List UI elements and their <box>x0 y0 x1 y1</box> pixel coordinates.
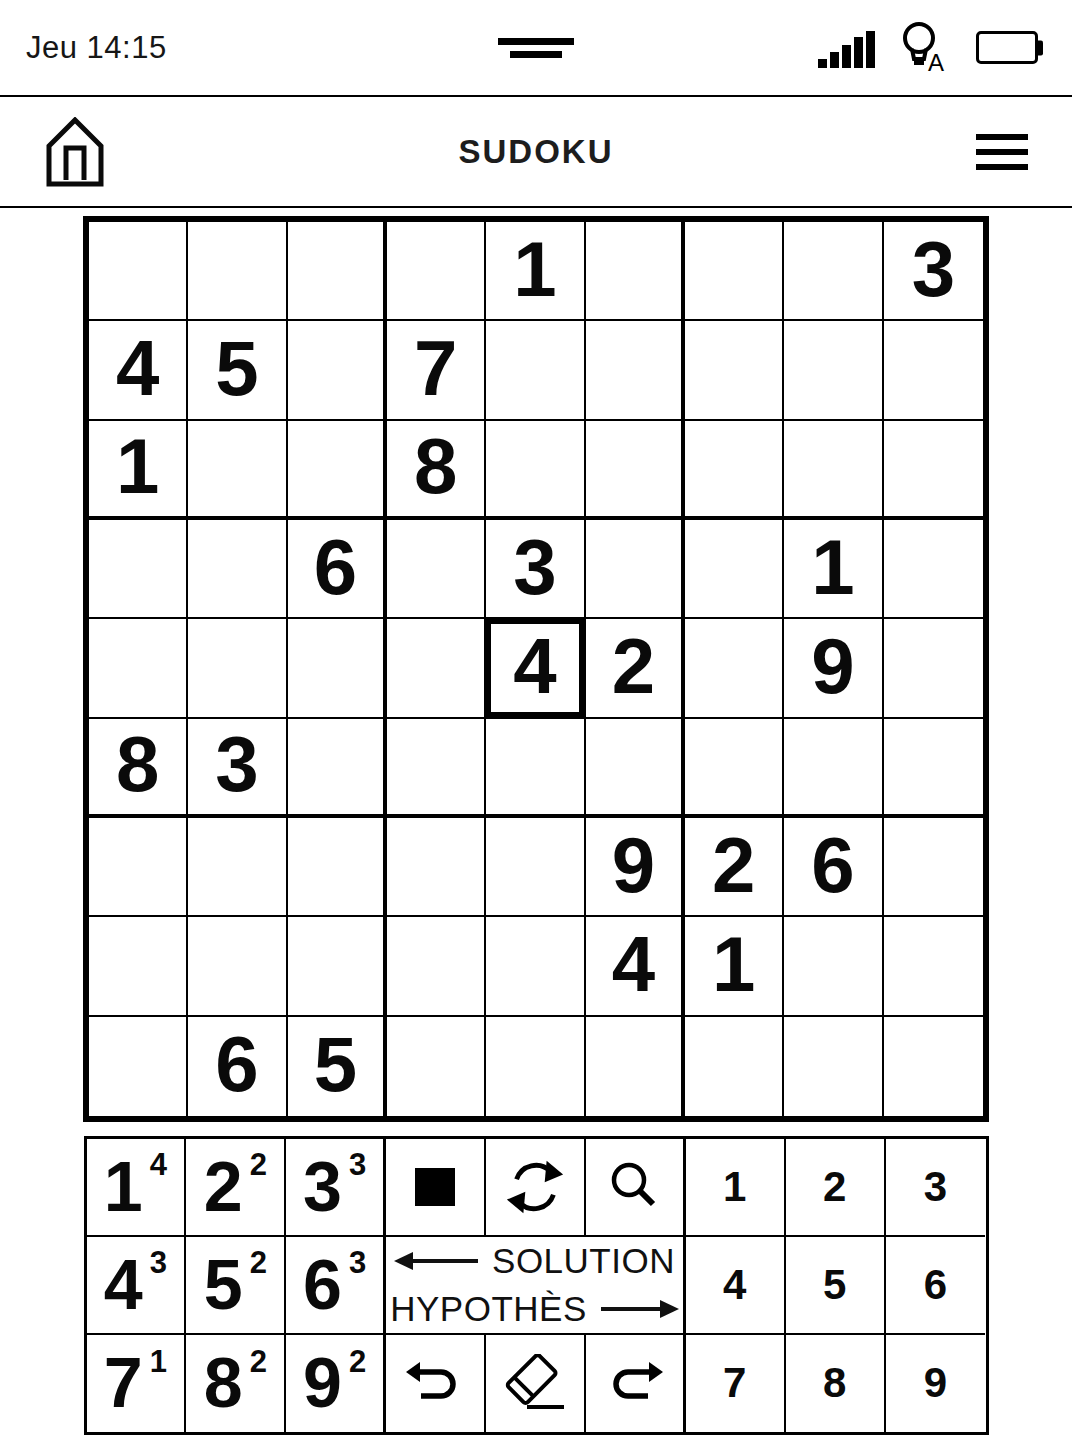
cell-r1c2[interactable] <box>188 222 287 321</box>
cell-r3c9[interactable] <box>884 421 983 520</box>
counter-digit: 8 <box>204 1348 243 1418</box>
cell-r5c8[interactable]: 9 <box>784 619 883 718</box>
cell-r9c3[interactable]: 5 <box>288 1017 387 1116</box>
input-digit-3[interactable]: 3 <box>886 1139 986 1237</box>
hamburger-icon <box>976 134 1028 140</box>
cell-r1c5[interactable]: 1 <box>486 222 585 321</box>
hypothesis-mode-line: HYPOTHÈS <box>390 1289 679 1329</box>
input-digit-label: 7 <box>723 1362 746 1404</box>
cell-r8c5[interactable] <box>486 917 585 1016</box>
cell-r7c8[interactable]: 6 <box>784 818 883 917</box>
cell-r4c9[interactable] <box>884 520 983 619</box>
cell-r2c7[interactable] <box>685 321 784 420</box>
counter-count: 3 <box>349 1149 366 1180</box>
cell-r3c6[interactable] <box>586 421 685 520</box>
cell-r9c6[interactable] <box>586 1017 685 1116</box>
cell-r7c2[interactable] <box>188 818 287 917</box>
eraser-icon <box>502 1354 568 1412</box>
counter-count: 2 <box>250 1149 267 1180</box>
input-digit-label: 3 <box>924 1166 947 1208</box>
fill-square-button[interactable] <box>386 1139 486 1237</box>
cell-r3c5[interactable] <box>486 421 585 520</box>
left-arrow-icon <box>394 1250 480 1272</box>
cell-r2c5[interactable] <box>486 321 585 420</box>
cell-r5c1[interactable] <box>89 619 188 718</box>
drag-handle-icon[interactable] <box>498 38 574 58</box>
redo-button[interactable] <box>586 1335 686 1433</box>
digit-counter-3[interactable]: 33 <box>286 1139 386 1237</box>
cell-r5c7[interactable] <box>685 619 784 718</box>
signal-strength-icon <box>818 28 876 68</box>
cell-r2c1[interactable]: 4 <box>89 321 188 420</box>
counter-digit: 1 <box>104 1152 143 1222</box>
input-digit-8[interactable]: 8 <box>786 1335 886 1433</box>
cell-r7c9[interactable] <box>884 818 983 917</box>
hypothesis-label: HYPOTHÈS <box>390 1289 587 1329</box>
cell-r6c7[interactable] <box>685 719 784 818</box>
cell-r2c4[interactable]: 7 <box>387 321 486 420</box>
drag-handle-bar <box>498 38 574 45</box>
digit-counter-1[interactable]: 14 <box>87 1139 187 1237</box>
input-digit-label: 1 <box>723 1166 746 1208</box>
undo-icon <box>406 1359 464 1407</box>
cell-r5c9[interactable] <box>884 619 983 718</box>
cell-r4c8[interactable]: 1 <box>784 520 883 619</box>
menu-button[interactable] <box>976 134 1028 170</box>
input-digit-5[interactable]: 5 <box>786 1237 886 1335</box>
hamburger-icon <box>976 149 1028 155</box>
input-digit-1[interactable]: 1 <box>686 1139 786 1237</box>
digit-counter-2[interactable]: 22 <box>186 1139 286 1237</box>
counter-digit: 2 <box>204 1152 243 1222</box>
battery-full-icon <box>976 31 1038 64</box>
svg-text:A: A <box>928 49 944 75</box>
magnifier-icon <box>607 1160 661 1214</box>
solution-label: SOLUTION <box>492 1241 675 1281</box>
digit-counter-5[interactable]: 52 <box>186 1237 286 1335</box>
cell-r9c5[interactable] <box>486 1017 585 1116</box>
cell-r4c6[interactable] <box>586 520 685 619</box>
cell-r8c6[interactable]: 4 <box>586 917 685 1016</box>
cell-r9c4[interactable] <box>387 1017 486 1116</box>
cell-r5c3[interactable] <box>288 619 387 718</box>
counter-count: 1 <box>150 1346 167 1377</box>
refresh-icon <box>504 1156 566 1218</box>
counter-digit: 9 <box>303 1348 342 1418</box>
drag-handle-bar <box>510 51 562 58</box>
input-digit-label: 2 <box>823 1166 846 1208</box>
cell-r4c3[interactable]: 6 <box>288 520 387 619</box>
input-digit-label: 9 <box>924 1362 947 1404</box>
cell-r8c8[interactable] <box>784 917 883 1016</box>
cell-r9c1[interactable] <box>89 1017 188 1116</box>
keypad-panel: 142233123435263SOLUTIONHYPOTHÈS456718292… <box>84 1136 989 1435</box>
cell-r9c7[interactable] <box>685 1017 784 1116</box>
digit-counter-4[interactable]: 43 <box>87 1237 187 1335</box>
counter-count: 4 <box>150 1149 167 1180</box>
cell-r8c7[interactable]: 1 <box>685 917 784 1016</box>
counter-digit: 6 <box>303 1250 342 1320</box>
cell-r8c4[interactable] <box>387 917 486 1016</box>
battery-nub <box>1038 40 1043 55</box>
undo-button[interactable] <box>386 1335 486 1433</box>
input-digit-label: 8 <box>823 1362 846 1404</box>
input-digit-label: 6 <box>924 1264 947 1306</box>
solution-mode-line: SOLUTION <box>394 1241 675 1281</box>
cell-r6c8[interactable] <box>784 719 883 818</box>
cell-r2c8[interactable] <box>784 321 883 420</box>
refresh-button[interactable] <box>486 1139 586 1237</box>
redo-icon <box>605 1359 663 1407</box>
magnifier-button[interactable] <box>586 1139 686 1237</box>
cell-r1c3[interactable] <box>288 222 387 321</box>
cell-r7c5[interactable] <box>486 818 585 917</box>
input-digit-7[interactable]: 7 <box>686 1335 786 1433</box>
input-digit-label: 5 <box>823 1264 846 1306</box>
cell-r6c5[interactable] <box>486 719 585 818</box>
sudoku-app-screen: Jeu 14:15 A <box>0 0 1072 1448</box>
cell-r4c5[interactable]: 3 <box>486 520 585 619</box>
input-digit-4[interactable]: 4 <box>686 1237 786 1335</box>
page-title: SUDOKU <box>458 133 613 171</box>
cell-r7c1[interactable] <box>89 818 188 917</box>
counter-count: 3 <box>349 1247 366 1278</box>
input-digit-2[interactable]: 2 <box>786 1139 886 1237</box>
cell-r3c8[interactable] <box>784 421 883 520</box>
cell-r7c3[interactable] <box>288 818 387 917</box>
eraser-button[interactable] <box>486 1335 586 1433</box>
cell-r7c7[interactable]: 2 <box>685 818 784 917</box>
cell-r6c2[interactable]: 3 <box>188 719 287 818</box>
fill-square-icon <box>413 1167 457 1207</box>
counter-digit: 5 <box>204 1250 243 1320</box>
cell-r2c2[interactable]: 5 <box>188 321 287 420</box>
cell-r6c6[interactable] <box>586 719 685 818</box>
cell-r1c4[interactable] <box>387 222 486 321</box>
cell-r2c9[interactable] <box>884 321 983 420</box>
digit-counter-8[interactable]: 82 <box>186 1335 286 1433</box>
solution-hypothesis-toggle[interactable]: SOLUTIONHYPOTHÈS <box>386 1237 686 1335</box>
cell-r7c6[interactable]: 9 <box>586 818 685 917</box>
cell-r8c1[interactable] <box>89 917 188 1016</box>
counter-count: 2 <box>250 1247 267 1278</box>
frontlight-auto-icon: A <box>898 21 954 75</box>
cell-r4c2[interactable] <box>188 520 287 619</box>
counter-digit: 4 <box>104 1250 143 1320</box>
cell-r6c4[interactable] <box>387 719 486 818</box>
digit-counter-9[interactable]: 92 <box>286 1335 386 1433</box>
cell-r1c9[interactable]: 3 <box>884 222 983 321</box>
cell-r2c6[interactable] <box>586 321 685 420</box>
cell-r4c1[interactable] <box>89 520 188 619</box>
cell-r3c4[interactable]: 8 <box>387 421 486 520</box>
cell-r3c3[interactable] <box>288 421 387 520</box>
cell-r6c1[interactable]: 8 <box>89 719 188 818</box>
cell-r1c1[interactable] <box>89 222 188 321</box>
hamburger-icon <box>976 164 1028 170</box>
cell-r9c9[interactable] <box>884 1017 983 1116</box>
counter-digit: 3 <box>303 1152 342 1222</box>
right-arrow-icon <box>599 1298 679 1320</box>
counter-count: 3 <box>150 1247 167 1278</box>
cell-r8c3[interactable] <box>288 917 387 1016</box>
input-digit-label: 4 <box>723 1264 746 1306</box>
cell-r5c6[interactable]: 2 <box>586 619 685 718</box>
home-icon <box>44 117 106 187</box>
cell-r3c1[interactable]: 1 <box>89 421 188 520</box>
cell-r8c2[interactable] <box>188 917 287 1016</box>
sudoku-board: 1345718631429839264165 <box>83 216 989 1122</box>
status-bar: Jeu 14:15 A <box>0 0 1072 97</box>
digit-counter-6[interactable]: 63 <box>286 1237 386 1335</box>
cell-r5c4[interactable] <box>387 619 486 718</box>
cell-r3c7[interactable] <box>685 421 784 520</box>
home-button[interactable] <box>44 117 106 187</box>
cell-r4c4[interactable] <box>387 520 486 619</box>
clock-label: Jeu 14:15 <box>26 30 167 66</box>
app-header: SUDOKU <box>0 97 1072 208</box>
cell-r4c7[interactable] <box>685 520 784 619</box>
input-digit-9[interactable]: 9 <box>886 1335 986 1433</box>
cell-r2c3[interactable] <box>288 321 387 420</box>
cell-r5c5[interactable]: 4 <box>486 619 585 718</box>
status-icons: A <box>818 21 1046 75</box>
cell-r6c3[interactable] <box>288 719 387 818</box>
cell-r6c9[interactable] <box>884 719 983 818</box>
counter-digit: 7 <box>104 1348 143 1418</box>
input-digit-6[interactable]: 6 <box>886 1237 986 1335</box>
cell-r5c2[interactable] <box>188 619 287 718</box>
digit-counter-7[interactable]: 71 <box>87 1335 187 1433</box>
cell-r9c8[interactable] <box>784 1017 883 1116</box>
counter-count: 2 <box>349 1346 366 1377</box>
cell-r1c7[interactable] <box>685 222 784 321</box>
cell-r7c4[interactable] <box>387 818 486 917</box>
cell-r9c2[interactable]: 6 <box>188 1017 287 1116</box>
counter-count: 2 <box>250 1346 267 1377</box>
cell-r3c2[interactable] <box>188 421 287 520</box>
cell-r1c6[interactable] <box>586 222 685 321</box>
cell-r1c8[interactable] <box>784 222 883 321</box>
cell-r8c9[interactable] <box>884 917 983 1016</box>
